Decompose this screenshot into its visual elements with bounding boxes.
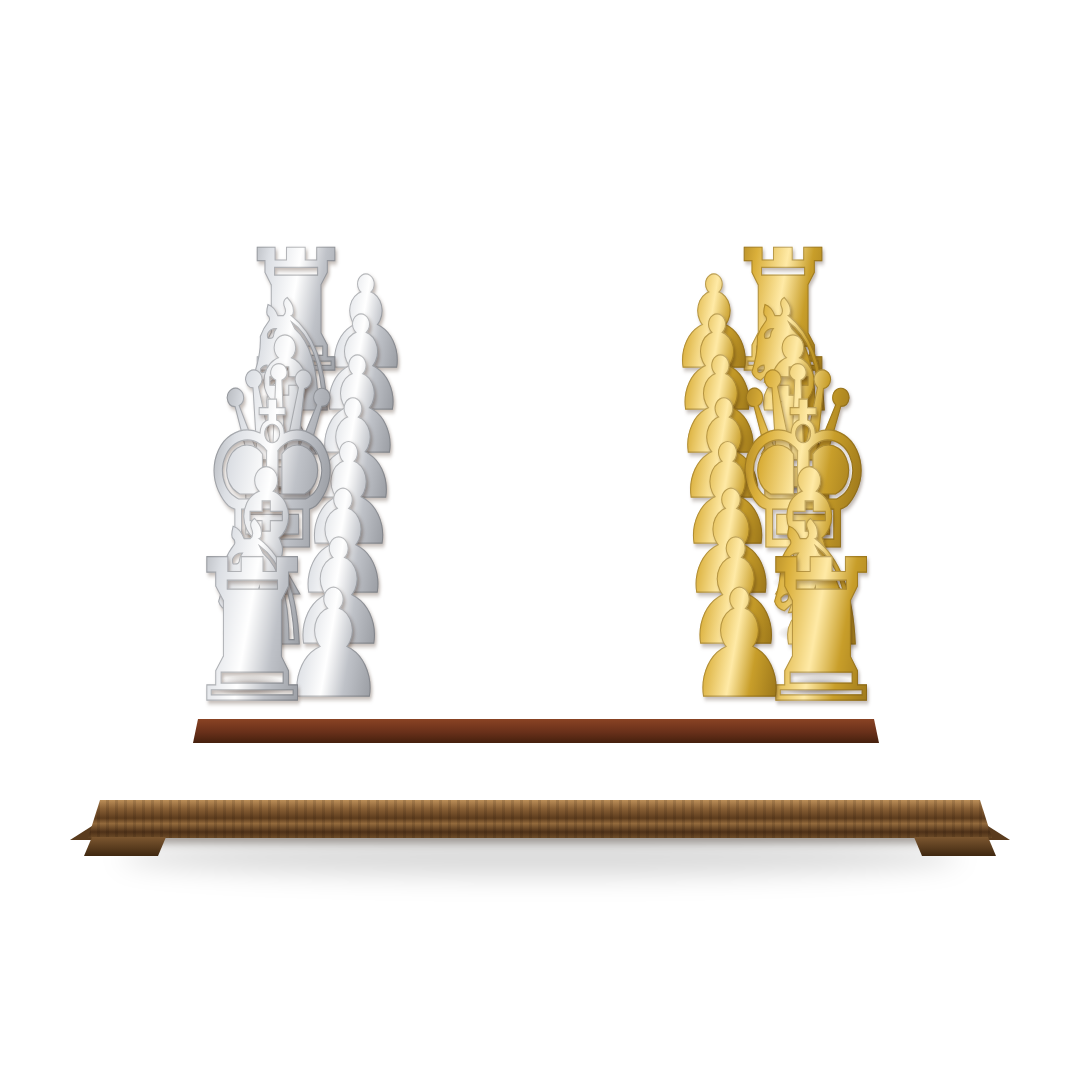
square-g5[interactable] xyxy=(537,608,617,660)
square-c5[interactable] xyxy=(539,422,612,466)
scroll-carving-icon xyxy=(288,749,362,778)
square-h5[interactable] xyxy=(536,660,618,715)
chess-set-photo: ♜♞♝♛♚♝♞♜♟♟♟♟♟♟♟♟♟♟♟♟♟♟♟♟♜♞♝♛♚♝♞♜ xyxy=(0,0,1080,1080)
frame-front-molding xyxy=(88,800,992,838)
square-b5[interactable] xyxy=(539,380,611,422)
square-e4[interactable] xyxy=(461,511,538,558)
board-foot-right xyxy=(914,837,996,856)
scroll-carving-icon xyxy=(718,749,792,778)
scroll-carving-icon xyxy=(461,749,532,778)
scroll-carving-icon xyxy=(546,325,602,343)
scroll-carving-icon xyxy=(202,749,277,778)
piece-black-pawn-h7[interactable]: ♟ xyxy=(678,571,800,720)
square-b4[interactable] xyxy=(467,380,539,422)
carved-border-near xyxy=(192,738,888,790)
scroll-carving-icon xyxy=(375,749,447,778)
board-shadow xyxy=(120,838,960,876)
corner-carving-bottom-right xyxy=(884,740,969,793)
scroll-carving-icon xyxy=(633,749,705,778)
piece-white-rook-h1[interactable]: ♜ xyxy=(171,534,332,730)
board-foot-left xyxy=(84,837,166,856)
square-f4[interactable] xyxy=(459,558,538,608)
square-f5[interactable] xyxy=(537,558,615,608)
square-e5[interactable] xyxy=(538,511,615,558)
scroll-carving-icon xyxy=(478,325,534,343)
square-a5[interactable] xyxy=(540,340,610,380)
square-h4[interactable] xyxy=(454,660,537,715)
square-d4[interactable] xyxy=(463,465,538,510)
square-d5[interactable] xyxy=(538,465,613,510)
square-a4[interactable] xyxy=(469,340,540,380)
scroll-carving-icon xyxy=(804,749,879,778)
square-g4[interactable] xyxy=(456,608,537,660)
corner-carving-bottom-left xyxy=(111,740,196,793)
square-c4[interactable] xyxy=(465,422,539,466)
scroll-carving-icon xyxy=(548,749,619,778)
